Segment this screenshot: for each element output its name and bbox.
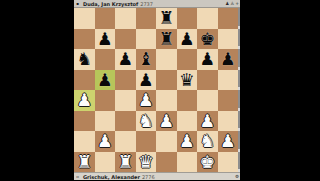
square-a1[interactable]: ♜	[74, 152, 95, 173]
square-c6[interactable]: ♟	[115, 49, 136, 70]
square-e1[interactable]	[156, 152, 177, 173]
square-a6[interactable]: ♞	[74, 49, 95, 70]
square-b6[interactable]	[95, 49, 116, 70]
black-piece-icon[interactable]: ♟	[225, 0, 229, 8]
square-f3[interactable]	[177, 111, 198, 132]
chess-board: ♜♟♜♟♚♞♟♝♟♟♟♟♛♟♟♞♟♟♟♟♞♟♜♜♛♚	[74, 8, 238, 172]
piece-white-pawn[interactable]: ♟	[220, 131, 236, 151]
square-a8[interactable]	[74, 8, 95, 29]
square-b5[interactable]: ♟	[95, 70, 116, 91]
piece-white-pawn[interactable]: ♟	[76, 90, 92, 110]
square-c1[interactable]: ♜	[115, 152, 136, 173]
square-f5[interactable]: ♛	[177, 70, 198, 91]
square-h6[interactable]: ♟	[218, 49, 239, 70]
square-g5[interactable]	[197, 70, 218, 91]
piece-black-pawn[interactable]: ♟	[220, 49, 236, 69]
square-d4[interactable]: ♟	[136, 90, 157, 111]
piece-white-pawn[interactable]: ♟	[97, 131, 113, 151]
piece-black-pawn[interactable]: ♟	[117, 49, 133, 69]
piece-white-knight[interactable]: ♞	[138, 111, 154, 131]
bottom-bar-toolbar: ⚙	[235, 173, 239, 181]
top-bar-toolbar: ♟ ♙ +	[225, 0, 239, 8]
rank-ticks-strip	[238, 8, 240, 172]
square-g3[interactable]: ♟	[197, 111, 218, 132]
square-c2[interactable]	[115, 131, 136, 152]
piece-white-pawn[interactable]: ♟	[158, 111, 174, 131]
square-b4[interactable]	[95, 90, 116, 111]
piece-white-rook[interactable]: ♜	[117, 152, 133, 172]
square-e5[interactable]	[156, 70, 177, 91]
chess-app-window: ▪ Duda, Jan Krzysztof 2737 ♟ ♙ + ♜♟♜♟♚♞♟…	[74, 0, 240, 180]
square-g8[interactable]	[197, 8, 218, 29]
square-c5[interactable]	[115, 70, 136, 91]
piece-white-queen[interactable]: ♛	[138, 152, 154, 172]
square-b8[interactable]	[95, 8, 116, 29]
square-a4[interactable]: ♟	[74, 90, 95, 111]
square-h3[interactable]	[218, 111, 239, 132]
piece-black-pawn[interactable]: ♟	[199, 49, 215, 69]
white-player-rating: 2776	[142, 173, 155, 181]
square-h4[interactable]	[218, 90, 239, 111]
square-c3[interactable]	[115, 111, 136, 132]
square-a2[interactable]	[74, 131, 95, 152]
square-d3[interactable]: ♞	[136, 111, 157, 132]
square-c8[interactable]	[115, 8, 136, 29]
square-g6[interactable]: ♟	[197, 49, 218, 70]
square-b1[interactable]	[95, 152, 116, 173]
square-h1[interactable]	[218, 152, 239, 173]
square-d6[interactable]: ♝	[136, 49, 157, 70]
piece-black-pawn[interactable]: ♟	[138, 70, 154, 90]
square-g7[interactable]: ♚	[197, 29, 218, 50]
gear-icon[interactable]: ⚙	[235, 173, 239, 181]
piece-black-pawn[interactable]: ♟	[97, 70, 113, 90]
square-b7[interactable]: ♟	[95, 29, 116, 50]
piece-white-knight[interactable]: ♞	[199, 131, 215, 151]
piece-white-pawn[interactable]: ♟	[179, 131, 195, 151]
square-c4[interactable]	[115, 90, 136, 111]
square-d2[interactable]	[136, 131, 157, 152]
square-d1[interactable]: ♛	[136, 152, 157, 173]
piece-black-rook[interactable]: ♜	[158, 29, 174, 49]
piece-black-bishop[interactable]: ♝	[138, 49, 154, 69]
square-h2[interactable]: ♟	[218, 131, 239, 152]
square-d5[interactable]: ♟	[136, 70, 157, 91]
square-a5[interactable]	[74, 70, 95, 91]
black-player-rating: 2737	[140, 0, 153, 8]
piece-black-knight[interactable]: ♞	[76, 49, 92, 69]
square-g1[interactable]: ♚	[197, 152, 218, 173]
piece-black-pawn[interactable]: ♟	[179, 29, 195, 49]
black-player-name: Duda, Jan Krzysztof	[83, 0, 138, 8]
piece-black-king[interactable]: ♚	[199, 29, 215, 49]
square-e4[interactable]	[156, 90, 177, 111]
square-e2[interactable]	[156, 131, 177, 152]
square-b3[interactable]	[95, 111, 116, 132]
black-player-bar: ▪ Duda, Jan Krzysztof 2737 ♟ ♙ +	[74, 0, 240, 8]
square-e7[interactable]: ♜	[156, 29, 177, 50]
white-side-indicator-icon: ▫	[75, 173, 80, 181]
square-e3[interactable]: ♟	[156, 111, 177, 132]
square-b2[interactable]: ♟	[95, 131, 116, 152]
add-icon[interactable]: +	[235, 0, 239, 8]
square-f1[interactable]	[177, 152, 198, 173]
square-e6[interactable]	[156, 49, 177, 70]
square-f8[interactable]	[177, 8, 198, 29]
piece-black-pawn[interactable]: ♟	[97, 29, 113, 49]
piece-black-rook[interactable]: ♜	[158, 8, 174, 28]
piece-white-rook[interactable]: ♜	[76, 152, 92, 172]
square-f7[interactable]: ♟	[177, 29, 198, 50]
white-player-name: Grischuk, Alexander	[83, 173, 140, 181]
piece-white-pawn[interactable]: ♟	[199, 111, 215, 131]
square-h5[interactable]	[218, 70, 239, 91]
piece-white-pawn[interactable]: ♟	[138, 90, 154, 110]
video-frame: ▪ Duda, Jan Krzysztof 2737 ♟ ♙ + ♜♟♜♟♚♞♟…	[0, 0, 320, 180]
square-d8[interactable]	[136, 8, 157, 29]
square-d7[interactable]	[136, 29, 157, 50]
square-c7[interactable]	[115, 29, 136, 50]
square-f4[interactable]	[177, 90, 198, 111]
square-a3[interactable]	[74, 111, 95, 132]
white-player-bar: ▫ Grischuk, Alexander 2776 ⚙	[74, 172, 240, 180]
square-e8[interactable]: ♜	[156, 8, 177, 29]
square-a7[interactable]	[74, 29, 95, 50]
square-g2[interactable]: ♞	[197, 131, 218, 152]
square-f2[interactable]: ♟	[177, 131, 198, 152]
black-side-indicator-icon: ▪	[75, 0, 80, 8]
square-f6[interactable]	[177, 49, 198, 70]
piece-white-king[interactable]: ♚	[199, 152, 215, 172]
square-h7[interactable]	[218, 29, 239, 50]
piece-black-queen[interactable]: ♛	[179, 70, 195, 90]
white-piece-icon[interactable]: ♙	[230, 0, 234, 8]
square-h8[interactable]	[218, 8, 239, 29]
square-g4[interactable]	[197, 90, 218, 111]
